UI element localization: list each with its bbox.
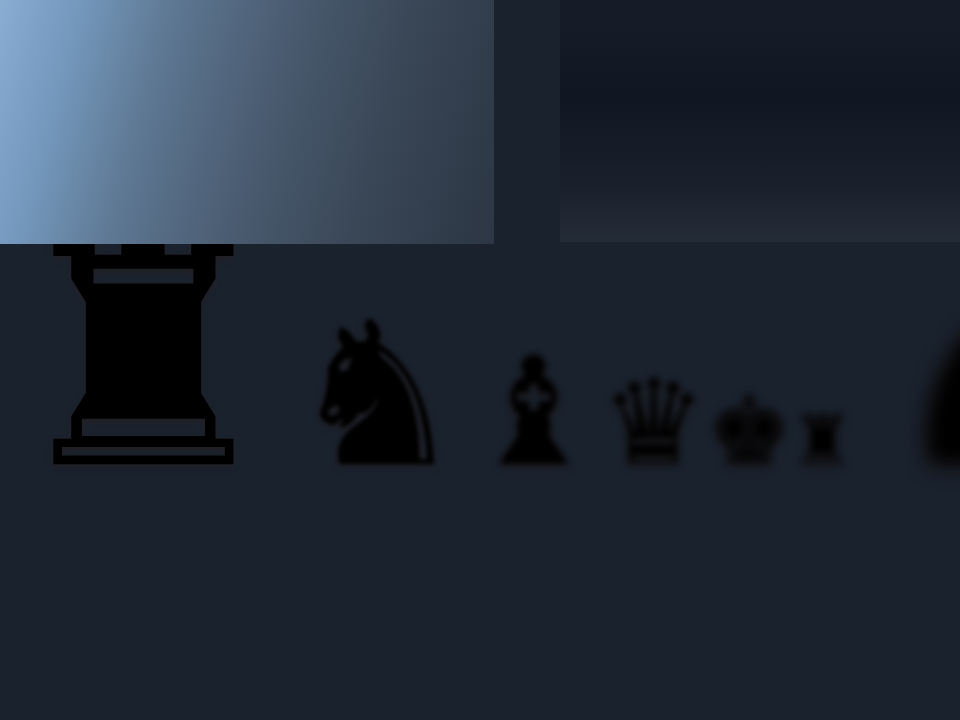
wall-post <box>494 0 560 236</box>
wall-right-panel <box>560 0 960 242</box>
piece-black-rook[interactable]: ♜ <box>792 401 853 480</box>
chess-photo-scene: ♜♞♝♛♚♜♟♟♟♟♟♟♟♟♟♜♞♝♚♛♝♜♟♟♟♟♟♟ <box>0 0 960 720</box>
wall-left-panel <box>0 0 494 244</box>
piece-black-bishop[interactable]: ♝ <box>466 325 600 499</box>
piece-black-king[interactable]: ♚ <box>706 376 791 486</box>
piece-black-queen[interactable]: ♛ <box>601 354 707 492</box>
piece-black-knight[interactable]: ♞ <box>287 278 466 511</box>
